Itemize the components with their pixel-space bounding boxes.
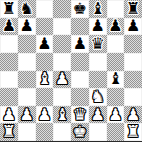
white-bishop-c4: ♝ bbox=[37, 71, 51, 88]
square-f1[interactable] bbox=[89, 123, 107, 141]
square-c1[interactable] bbox=[36, 123, 54, 141]
black-pawn-a7: ♟ bbox=[2, 18, 16, 35]
white-pawn-d4: ♟ bbox=[55, 71, 69, 88]
square-d4[interactable]: ♟ bbox=[53, 71, 71, 89]
square-a3[interactable] bbox=[0, 88, 18, 106]
square-d1[interactable] bbox=[53, 123, 71, 141]
square-g2[interactable]: ♟ bbox=[107, 106, 125, 124]
black-pawn-g7: ♟ bbox=[108, 18, 122, 35]
black-queen-f6: ♛ bbox=[90, 35, 104, 52]
square-d3[interactable] bbox=[53, 88, 71, 106]
square-f3[interactable]: ♞ bbox=[89, 88, 107, 106]
chess-board: ♜♞♚♝♜♟♟♟♟♟♟♟♛♝♟♝♞♟♟♟♝♛♟♟♟♜♚♜ bbox=[0, 0, 142, 142]
square-a5[interactable] bbox=[0, 53, 18, 71]
white-pawn-b2: ♟ bbox=[19, 106, 33, 123]
square-d8[interactable] bbox=[53, 0, 71, 18]
square-c3[interactable] bbox=[36, 88, 54, 106]
square-c6[interactable]: ♟ bbox=[36, 35, 54, 53]
black-king-e8: ♚ bbox=[73, 0, 87, 17]
black-rook-h8: ♜ bbox=[126, 0, 140, 17]
square-a7[interactable]: ♟ bbox=[0, 18, 18, 36]
square-a8[interactable]: ♜ bbox=[0, 0, 18, 18]
white-king-e1: ♚ bbox=[73, 123, 87, 140]
square-c2[interactable]: ♟ bbox=[36, 106, 54, 124]
square-g3[interactable] bbox=[107, 88, 125, 106]
square-c7[interactable] bbox=[36, 18, 54, 36]
black-bishop-f8: ♝ bbox=[90, 0, 104, 17]
square-f2[interactable]: ♟ bbox=[89, 106, 107, 124]
square-e6[interactable]: ♟ bbox=[71, 35, 89, 53]
white-pawn-g2: ♟ bbox=[108, 106, 122, 123]
white-knight-f3: ♞ bbox=[90, 88, 104, 105]
square-b2[interactable]: ♟ bbox=[18, 106, 36, 124]
square-b1[interactable] bbox=[18, 123, 36, 141]
square-f6[interactable]: ♛ bbox=[89, 35, 107, 53]
square-h4[interactable] bbox=[124, 71, 142, 89]
square-h8[interactable]: ♜ bbox=[124, 0, 142, 18]
square-a6[interactable] bbox=[0, 35, 18, 53]
white-bishop-d2: ♝ bbox=[55, 106, 69, 123]
square-e2[interactable]: ♛ bbox=[71, 106, 89, 124]
white-pawn-c2: ♟ bbox=[37, 106, 51, 123]
square-e5[interactable] bbox=[71, 53, 89, 71]
square-d5[interactable] bbox=[53, 53, 71, 71]
square-e7[interactable] bbox=[71, 18, 89, 36]
square-h5[interactable] bbox=[124, 53, 142, 71]
black-rook-a8: ♜ bbox=[2, 0, 16, 17]
square-f4[interactable] bbox=[89, 71, 107, 89]
square-d7[interactable] bbox=[53, 18, 71, 36]
square-e8[interactable]: ♚ bbox=[71, 0, 89, 18]
black-pawn-f7: ♟ bbox=[90, 18, 104, 35]
black-bishop-g4: ♝ bbox=[108, 71, 122, 88]
black-pawn-b7: ♟ bbox=[19, 18, 33, 35]
square-c4[interactable]: ♝ bbox=[36, 71, 54, 89]
square-b7[interactable]: ♟ bbox=[18, 18, 36, 36]
white-pawn-h2: ♟ bbox=[126, 106, 140, 123]
black-pawn-h7: ♟ bbox=[126, 18, 140, 35]
black-pawn-c6: ♟ bbox=[37, 35, 51, 52]
square-b3[interactable] bbox=[18, 88, 36, 106]
square-e1[interactable]: ♚ bbox=[71, 123, 89, 141]
square-g7[interactable]: ♟ bbox=[107, 18, 125, 36]
black-knight-b8: ♞ bbox=[19, 0, 33, 17]
square-g6[interactable] bbox=[107, 35, 125, 53]
square-h1[interactable]: ♜ bbox=[124, 123, 142, 141]
white-rook-h1: ♜ bbox=[126, 123, 140, 140]
square-f7[interactable]: ♟ bbox=[89, 18, 107, 36]
white-rook-a1: ♜ bbox=[2, 123, 16, 140]
square-b4[interactable] bbox=[18, 71, 36, 89]
square-a2[interactable]: ♟ bbox=[0, 106, 18, 124]
square-g5[interactable] bbox=[107, 53, 125, 71]
black-pawn-e6: ♟ bbox=[73, 35, 87, 52]
square-g8[interactable] bbox=[107, 0, 125, 18]
square-h7[interactable]: ♟ bbox=[124, 18, 142, 36]
square-g4[interactable]: ♝ bbox=[107, 71, 125, 89]
square-c8[interactable] bbox=[36, 0, 54, 18]
square-a1[interactable]: ♜ bbox=[0, 123, 18, 141]
square-b6[interactable] bbox=[18, 35, 36, 53]
chess-board-container: ♜♞♚♝♜♟♟♟♟♟♟♟♛♝♟♝♞♟♟♟♝♛♟♟♟♜♚♜ bbox=[0, 0, 142, 142]
square-g1[interactable] bbox=[107, 123, 125, 141]
square-h2[interactable]: ♟ bbox=[124, 106, 142, 124]
white-pawn-a2: ♟ bbox=[2, 106, 16, 123]
square-a4[interactable] bbox=[0, 71, 18, 89]
square-h3[interactable] bbox=[124, 88, 142, 106]
square-b8[interactable]: ♞ bbox=[18, 0, 36, 18]
square-b5[interactable] bbox=[18, 53, 36, 71]
square-e3[interactable] bbox=[71, 88, 89, 106]
square-h6[interactable] bbox=[124, 35, 142, 53]
square-d2[interactable]: ♝ bbox=[53, 106, 71, 124]
square-f8[interactable]: ♝ bbox=[89, 0, 107, 18]
white-pawn-f2: ♟ bbox=[90, 106, 104, 123]
square-d6[interactable] bbox=[53, 35, 71, 53]
square-e4[interactable] bbox=[71, 71, 89, 89]
white-queen-e2: ♛ bbox=[73, 106, 87, 123]
square-c5[interactable] bbox=[36, 53, 54, 71]
square-f5[interactable] bbox=[89, 53, 107, 71]
